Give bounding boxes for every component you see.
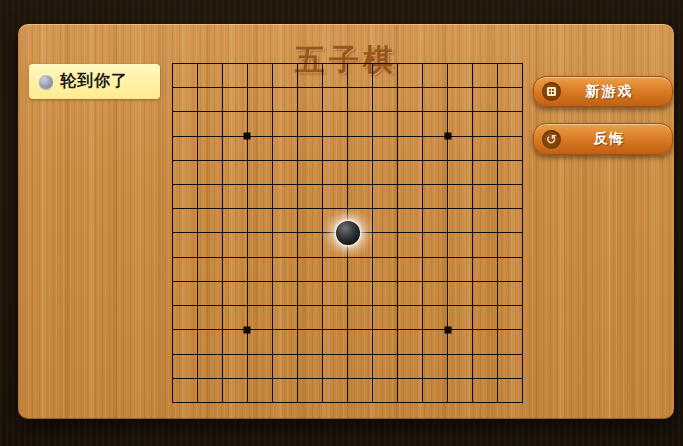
board-cell[interactable]: [398, 161, 423, 185]
board-cell[interactable]: [423, 379, 448, 403]
board-cell[interactable]: [348, 379, 373, 403]
board-cell[interactable]: [248, 282, 273, 306]
board-cell[interactable]: [498, 88, 523, 112]
grid-icon: [542, 82, 561, 101]
board-cell[interactable]: [448, 379, 473, 403]
board-cell[interactable]: [423, 282, 448, 306]
board-cell[interactable]: [173, 88, 198, 112]
app-window: 五子棋 轮到你了 新游戏 ↺ 反悔: [0, 0, 683, 446]
grid-glyph: [547, 87, 556, 96]
board-cell[interactable]: [273, 233, 298, 257]
board-cell[interactable]: [198, 64, 223, 88]
board-cell[interactable]: [448, 282, 473, 306]
board-cell[interactable]: [448, 209, 473, 233]
board-cell[interactable]: [298, 330, 323, 354]
board-cell[interactable]: [373, 306, 398, 330]
board-cell[interactable]: [448, 64, 473, 88]
board-cell[interactable]: [348, 258, 373, 282]
undo-button[interactable]: ↺ 反悔: [533, 123, 673, 155]
board-cell[interactable]: [248, 233, 273, 257]
board-cell[interactable]: [198, 185, 223, 209]
board-cell[interactable]: [223, 64, 248, 88]
board-cell[interactable]: [498, 330, 523, 354]
board-cell[interactable]: [298, 258, 323, 282]
board-grid[interactable]: [172, 63, 523, 403]
board-cell[interactable]: [398, 379, 423, 403]
board-cell[interactable]: [423, 64, 448, 88]
board-cell[interactable]: [473, 64, 498, 88]
board-cell[interactable]: [323, 137, 348, 161]
board-cell[interactable]: [473, 379, 498, 403]
board-cell[interactable]: [173, 185, 198, 209]
board-cell[interactable]: [273, 306, 298, 330]
board-cell[interactable]: [448, 306, 473, 330]
board-cell[interactable]: [448, 185, 473, 209]
board-cell[interactable]: [248, 258, 273, 282]
board-cell[interactable]: [323, 258, 348, 282]
board-cell[interactable]: [173, 258, 198, 282]
board-cell[interactable]: [373, 379, 398, 403]
board-cell[interactable]: [398, 64, 423, 88]
board-cell[interactable]: [348, 330, 373, 354]
board-cell[interactable]: [473, 137, 498, 161]
undo-icon: ↺: [542, 130, 561, 149]
board-cell[interactable]: [498, 209, 523, 233]
board-cell[interactable]: [323, 209, 348, 233]
board-cell[interactable]: [348, 137, 373, 161]
board-cell[interactable]: [273, 355, 298, 379]
game-panel: 五子棋 轮到你了 新游戏 ↺ 反悔: [18, 24, 674, 419]
undo-label: 反悔: [561, 130, 672, 148]
board-cell[interactable]: [173, 209, 198, 233]
board-cell[interactable]: [398, 185, 423, 209]
board-cell[interactable]: [348, 282, 373, 306]
board-cell[interactable]: [298, 88, 323, 112]
new-game-label: 新游戏: [561, 83, 672, 101]
board-cell[interactable]: [223, 306, 248, 330]
board-cell[interactable]: [473, 258, 498, 282]
board-cell[interactable]: [398, 137, 423, 161]
board-cell[interactable]: [273, 185, 298, 209]
board-cell[interactable]: [473, 233, 498, 257]
board-cell[interactable]: [423, 233, 448, 257]
board-cell[interactable]: [198, 161, 223, 185]
board-cell[interactable]: [473, 209, 498, 233]
board-cell[interactable]: [498, 161, 523, 185]
board-cell[interactable]: [423, 112, 448, 136]
board-cell[interactable]: [373, 209, 398, 233]
board-cell[interactable]: [348, 306, 373, 330]
board-cell[interactable]: [323, 379, 348, 403]
board-cell[interactable]: [373, 64, 398, 88]
board-cell[interactable]: [373, 258, 398, 282]
board-cell[interactable]: [273, 137, 298, 161]
board-cell[interactable]: [448, 258, 473, 282]
board-cell[interactable]: [448, 137, 473, 161]
board-cell[interactable]: [198, 330, 223, 354]
board-cell[interactable]: [223, 282, 248, 306]
board-cell[interactable]: [298, 306, 323, 330]
board-cell[interactable]: [273, 161, 298, 185]
board-cell[interactable]: [273, 112, 298, 136]
board-cell[interactable]: [323, 88, 348, 112]
board-cell[interactable]: [398, 355, 423, 379]
board-cell[interactable]: [323, 355, 348, 379]
board-cell[interactable]: [223, 88, 248, 112]
board-cell[interactable]: [448, 88, 473, 112]
board-cell[interactable]: [223, 112, 248, 136]
board-cell[interactable]: [173, 379, 198, 403]
board-cell[interactable]: [248, 306, 273, 330]
board-cell[interactable]: [423, 161, 448, 185]
gomoku-board[interactable]: [172, 63, 523, 403]
board-cell[interactable]: [423, 88, 448, 112]
board-cell[interactable]: [448, 355, 473, 379]
board-cell[interactable]: [448, 161, 473, 185]
board-cell[interactable]: [273, 209, 298, 233]
board-cell[interactable]: [498, 355, 523, 379]
board-cell[interactable]: [373, 355, 398, 379]
board-cell[interactable]: [473, 355, 498, 379]
board-cell[interactable]: [198, 88, 223, 112]
board-cell[interactable]: [248, 88, 273, 112]
board-cell[interactable]: [173, 306, 198, 330]
board-cell[interactable]: [448, 112, 473, 136]
board-cell[interactable]: [223, 330, 248, 354]
board-cell[interactable]: [323, 282, 348, 306]
board-cell[interactable]: [248, 185, 273, 209]
board-cell[interactable]: [223, 233, 248, 257]
board-cell[interactable]: [173, 330, 198, 354]
board-cell[interactable]: [223, 137, 248, 161]
board-cell[interactable]: [223, 185, 248, 209]
board-cell[interactable]: [173, 137, 198, 161]
board-cell[interactable]: [373, 233, 398, 257]
board-cell[interactable]: [423, 209, 448, 233]
board-cell[interactable]: [298, 185, 323, 209]
board-cell[interactable]: [498, 282, 523, 306]
board-cell[interactable]: [373, 112, 398, 136]
board-cell[interactable]: [298, 233, 323, 257]
board-cell[interactable]: [448, 233, 473, 257]
board-cell[interactable]: [373, 282, 398, 306]
board-cell[interactable]: [398, 209, 423, 233]
board-cell[interactable]: [323, 64, 348, 88]
board-cell[interactable]: [198, 306, 223, 330]
board-cell[interactable]: [498, 137, 523, 161]
board-cell[interactable]: [398, 282, 423, 306]
board-cell[interactable]: [423, 330, 448, 354]
board-cell[interactable]: [423, 137, 448, 161]
board-cell[interactable]: [273, 88, 298, 112]
board-cell[interactable]: [323, 112, 348, 136]
board-cell[interactable]: [198, 282, 223, 306]
board-cell[interactable]: [173, 233, 198, 257]
board-cell[interactable]: [473, 185, 498, 209]
board-cell[interactable]: [248, 379, 273, 403]
board-cell[interactable]: [448, 330, 473, 354]
board-cell[interactable]: [248, 209, 273, 233]
board-cell[interactable]: [248, 64, 273, 88]
board-cell[interactable]: [173, 161, 198, 185]
board-cell[interactable]: [198, 233, 223, 257]
board-cell[interactable]: [273, 258, 298, 282]
board-cell[interactable]: [398, 112, 423, 136]
player-stone-icon: [39, 75, 53, 89]
board-cell[interactable]: [298, 112, 323, 136]
board-cell[interactable]: [423, 185, 448, 209]
board-cell[interactable]: [373, 88, 398, 112]
board-cell[interactable]: [423, 355, 448, 379]
board-cell[interactable]: [298, 379, 323, 403]
board-cell[interactable]: [498, 258, 523, 282]
board-cell[interactable]: [173, 64, 198, 88]
board-cell[interactable]: [373, 330, 398, 354]
board-cell[interactable]: [348, 161, 373, 185]
board-cell[interactable]: [198, 112, 223, 136]
board-cell[interactable]: [348, 209, 373, 233]
board-cell[interactable]: [423, 258, 448, 282]
board-cell[interactable]: [373, 161, 398, 185]
board-cell[interactable]: [473, 330, 498, 354]
board-cell[interactable]: [248, 355, 273, 379]
board-cell[interactable]: [298, 282, 323, 306]
board-cell[interactable]: [373, 137, 398, 161]
board-cell[interactable]: [498, 64, 523, 88]
board-cell[interactable]: [273, 330, 298, 354]
board-cell[interactable]: [198, 137, 223, 161]
board-cell[interactable]: [248, 137, 273, 161]
status-badge: 轮到你了: [29, 64, 160, 99]
board-cell[interactable]: [298, 161, 323, 185]
board-cell[interactable]: [398, 233, 423, 257]
board-cell[interactable]: [323, 233, 348, 257]
board-cell[interactable]: [198, 379, 223, 403]
board-cell[interactable]: [348, 88, 373, 112]
board-cell[interactable]: [473, 112, 498, 136]
board-cell[interactable]: [473, 88, 498, 112]
board-cell[interactable]: [198, 209, 223, 233]
new-game-button[interactable]: 新游戏: [533, 76, 673, 107]
board-cell[interactable]: [173, 282, 198, 306]
board-cell[interactable]: [498, 185, 523, 209]
board-cell[interactable]: [223, 209, 248, 233]
board-cell[interactable]: [248, 112, 273, 136]
board-cell[interactable]: [423, 306, 448, 330]
board-cell[interactable]: [323, 306, 348, 330]
board-cell[interactable]: [273, 379, 298, 403]
board-cell[interactable]: [323, 330, 348, 354]
status-text: 轮到你了: [60, 71, 128, 92]
board-cell[interactable]: [398, 306, 423, 330]
board-cell[interactable]: [348, 64, 373, 88]
board-cell[interactable]: [173, 355, 198, 379]
board-cell[interactable]: [498, 112, 523, 136]
board-cell[interactable]: [223, 355, 248, 379]
board-cell[interactable]: [198, 258, 223, 282]
board-cell[interactable]: [398, 258, 423, 282]
board-cell[interactable]: [173, 112, 198, 136]
board-cell[interactable]: [348, 112, 373, 136]
board-cell[interactable]: [298, 137, 323, 161]
board-cell[interactable]: [498, 233, 523, 257]
board-cell[interactable]: [498, 379, 523, 403]
board-cell[interactable]: [398, 330, 423, 354]
board-cell[interactable]: [223, 258, 248, 282]
board-cell[interactable]: [223, 161, 248, 185]
board-cell[interactable]: [198, 355, 223, 379]
board-cell[interactable]: [473, 282, 498, 306]
board-cell[interactable]: [398, 88, 423, 112]
board-cell[interactable]: [298, 355, 323, 379]
board-cell[interactable]: [248, 161, 273, 185]
board-cell[interactable]: [323, 161, 348, 185]
board-cell[interactable]: [298, 64, 323, 88]
board-cell[interactable]: [248, 330, 273, 354]
board-cell[interactable]: [348, 233, 373, 257]
board-cell[interactable]: [223, 379, 248, 403]
board-cell[interactable]: [273, 282, 298, 306]
board-cell[interactable]: [473, 306, 498, 330]
board-cell[interactable]: [298, 209, 323, 233]
board-cell[interactable]: [348, 355, 373, 379]
board-cell[interactable]: [323, 185, 348, 209]
board-cell[interactable]: [273, 64, 298, 88]
board-cell[interactable]: [348, 185, 373, 209]
board-cell[interactable]: [473, 161, 498, 185]
board-cell[interactable]: [498, 306, 523, 330]
board-cell[interactable]: [373, 185, 398, 209]
